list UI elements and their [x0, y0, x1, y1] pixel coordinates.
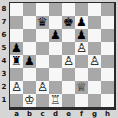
file-label-c: c — [36, 110, 49, 118]
white-pawn-f5: ♙ — [76, 42, 87, 55]
square-a4[interactable]: ♜ — [10, 55, 23, 68]
file-label-d: d — [49, 110, 62, 118]
square-c2[interactable]: ♙ — [36, 81, 49, 94]
square-h1[interactable] — [101, 94, 114, 107]
file-label-f: f — [75, 110, 88, 118]
square-e7[interactable]: ♚ — [62, 16, 75, 29]
square-f8[interactable] — [75, 3, 88, 16]
square-a8[interactable] — [10, 3, 23, 16]
file-labels: abcdefgh — [10, 110, 114, 118]
square-a3[interactable] — [10, 68, 23, 81]
square-c3[interactable] — [36, 68, 49, 81]
square-c6[interactable] — [36, 29, 49, 42]
square-b3[interactable] — [23, 68, 36, 81]
square-a1[interactable] — [10, 94, 23, 107]
square-e6[interactable] — [62, 29, 75, 42]
rank-label-5: 5 — [0, 42, 8, 55]
square-e1[interactable] — [62, 94, 75, 107]
square-h5[interactable] — [101, 42, 114, 55]
square-a5[interactable]: ♟ — [10, 42, 23, 55]
white-rook-d1: ♖ — [50, 94, 61, 107]
square-a6[interactable] — [10, 29, 23, 42]
square-d7[interactable] — [49, 16, 62, 29]
square-d5[interactable] — [49, 42, 62, 55]
rank-label-3: 3 — [0, 68, 8, 81]
square-b7[interactable] — [23, 16, 36, 29]
black-pawn-d6: ♟ — [50, 29, 61, 42]
rank-label-1: 1 — [0, 94, 8, 107]
black-pawn-b4: ♟ — [24, 55, 35, 68]
square-e2[interactable] — [62, 81, 75, 94]
rank-label-8: 8 — [0, 3, 8, 16]
square-d2[interactable] — [49, 81, 62, 94]
square-h6[interactable] — [101, 29, 114, 42]
white-pawn-a2: ♙ — [11, 81, 22, 94]
square-g7[interactable] — [88, 16, 101, 29]
square-e4[interactable]: ♙ — [62, 55, 75, 68]
square-g8[interactable] — [88, 3, 101, 16]
square-a2[interactable]: ♙ — [10, 81, 23, 94]
square-e8[interactable] — [62, 3, 75, 16]
square-g3[interactable] — [88, 68, 101, 81]
rank-labels: 87654321 — [0, 3, 8, 107]
square-a7[interactable] — [10, 16, 23, 29]
square-b2[interactable] — [23, 81, 36, 94]
rank-label-4: 4 — [0, 55, 8, 68]
white-king-b1: ♔ — [24, 94, 35, 107]
black-queen-c7: ♛ — [37, 16, 48, 29]
square-f6[interactable]: ♟ — [75, 29, 88, 42]
square-d1[interactable]: ♖ — [49, 94, 62, 107]
rank-label-7: 7 — [0, 16, 8, 29]
square-e3[interactable] — [62, 68, 75, 81]
square-g5[interactable] — [88, 42, 101, 55]
board-frame: ♛♚♟♟♟♟♙♜♟♙♙♙♙♕♔♖ — [9, 2, 116, 110]
square-b5[interactable] — [23, 42, 36, 55]
square-f7[interactable]: ♟ — [75, 16, 88, 29]
black-pawn-f6: ♟ — [76, 29, 87, 42]
square-f5[interactable]: ♙ — [75, 42, 88, 55]
square-c5[interactable] — [36, 42, 49, 55]
square-f2[interactable]: ♕ — [75, 81, 88, 94]
square-g2[interactable] — [88, 81, 101, 94]
file-label-e: e — [62, 110, 75, 118]
square-c4[interactable] — [36, 55, 49, 68]
rank-label-2: 2 — [0, 81, 8, 94]
square-h4[interactable] — [101, 55, 114, 68]
square-h8[interactable] — [101, 3, 114, 16]
square-g4[interactable]: ♙ — [88, 55, 101, 68]
square-d3[interactable] — [49, 68, 62, 81]
square-f4[interactable] — [75, 55, 88, 68]
rank-label-6: 6 — [0, 29, 8, 42]
square-b1[interactable]: ♔ — [23, 94, 36, 107]
square-h7[interactable] — [101, 16, 114, 29]
file-label-a: a — [10, 110, 23, 118]
square-d4[interactable] — [49, 55, 62, 68]
square-c7[interactable]: ♛ — [36, 16, 49, 29]
black-pawn-f7: ♟ — [76, 16, 87, 29]
square-g1[interactable] — [88, 94, 101, 107]
chess-board: ♛♚♟♟♟♟♙♜♟♙♙♙♙♕♔♖ — [10, 3, 114, 107]
white-pawn-e4: ♙ — [63, 55, 74, 68]
square-f3[interactable] — [75, 68, 88, 81]
black-king-e7: ♚ — [63, 16, 74, 29]
file-label-g: g — [88, 110, 101, 118]
square-h2[interactable] — [101, 81, 114, 94]
file-label-h: h — [101, 110, 114, 118]
square-f1[interactable] — [75, 94, 88, 107]
white-pawn-g4: ♙ — [89, 55, 100, 68]
black-pawn-a5: ♟ — [11, 42, 22, 55]
black-rook-a4: ♜ — [11, 55, 22, 68]
square-d6[interactable]: ♟ — [49, 29, 62, 42]
square-g6[interactable] — [88, 29, 101, 42]
chess-diagram: 87654321 ♛♚♟♟♟♟♙♜♟♙♙♙♙♕♔♖ abcdefgh — [0, 0, 118, 118]
square-e5[interactable] — [62, 42, 75, 55]
white-pawn-c2: ♙ — [37, 81, 48, 94]
square-b8[interactable] — [23, 3, 36, 16]
white-queen-f2: ♕ — [76, 81, 87, 94]
square-c8[interactable] — [36, 3, 49, 16]
square-c1[interactable] — [36, 94, 49, 107]
square-d8[interactable] — [49, 3, 62, 16]
square-b4[interactable]: ♟ — [23, 55, 36, 68]
file-label-b: b — [23, 110, 36, 118]
square-b6[interactable] — [23, 29, 36, 42]
square-h3[interactable] — [101, 68, 114, 81]
